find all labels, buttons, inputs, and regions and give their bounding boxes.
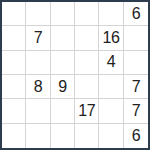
cell-r4c1-empty[interactable]	[2, 75, 26, 99]
given-number: 7	[34, 30, 42, 46]
cell-r1c1-empty[interactable]	[2, 2, 26, 26]
cell-r2c5-given: 16	[99, 26, 123, 50]
cell-r3c2-empty[interactable]	[26, 51, 50, 75]
cell-r3c1-empty[interactable]	[2, 51, 26, 75]
cell-r1c5-empty[interactable]	[99, 2, 123, 26]
given-number: 9	[58, 79, 66, 95]
cell-r5c4-given: 17	[75, 99, 99, 123]
given-number: 16	[103, 30, 120, 46]
cell-r4c5-empty[interactable]	[99, 75, 123, 99]
cell-r5c6-given: 7	[124, 99, 148, 123]
puzzle-board: 671648971776	[0, 0, 150, 150]
cell-r3c4-empty[interactable]	[75, 51, 99, 75]
given-number: 8	[34, 79, 42, 95]
cell-r4c4-empty[interactable]	[75, 75, 99, 99]
cell-r5c2-empty[interactable]	[26, 99, 50, 123]
cell-r6c6-given: 6	[124, 124, 148, 148]
cell-r6c3-empty[interactable]	[51, 124, 75, 148]
given-number: 17	[78, 103, 95, 119]
cell-r4c2-given: 8	[26, 75, 50, 99]
cell-r5c3-empty[interactable]	[51, 99, 75, 123]
cell-r4c6-given: 7	[124, 75, 148, 99]
cell-r2c2-given: 7	[26, 26, 50, 50]
cell-r2c1-empty[interactable]	[2, 26, 26, 50]
cell-r1c4-empty[interactable]	[75, 2, 99, 26]
cell-r1c2-empty[interactable]	[26, 2, 50, 26]
cell-r6c5-empty[interactable]	[99, 124, 123, 148]
given-number: 6	[132, 128, 140, 144]
given-number: 7	[132, 79, 140, 95]
cell-r2c6-empty[interactable]	[124, 26, 148, 50]
cell-r2c3-empty[interactable]	[51, 26, 75, 50]
cell-r3c5-given: 4	[99, 51, 123, 75]
cell-r3c3-empty[interactable]	[51, 51, 75, 75]
cell-r6c2-empty[interactable]	[26, 124, 50, 148]
cell-r1c6-given: 6	[124, 2, 148, 26]
given-number: 7	[132, 103, 140, 119]
cell-r6c4-empty[interactable]	[75, 124, 99, 148]
cell-r6c1-empty[interactable]	[2, 124, 26, 148]
cell-r3c6-empty[interactable]	[124, 51, 148, 75]
given-number: 4	[107, 54, 115, 70]
cell-r4c3-given: 9	[51, 75, 75, 99]
cell-r5c1-empty[interactable]	[2, 99, 26, 123]
given-number: 6	[132, 6, 140, 22]
cell-r5c5-empty[interactable]	[99, 99, 123, 123]
cell-r2c4-empty[interactable]	[75, 26, 99, 50]
cell-r1c3-empty[interactable]	[51, 2, 75, 26]
